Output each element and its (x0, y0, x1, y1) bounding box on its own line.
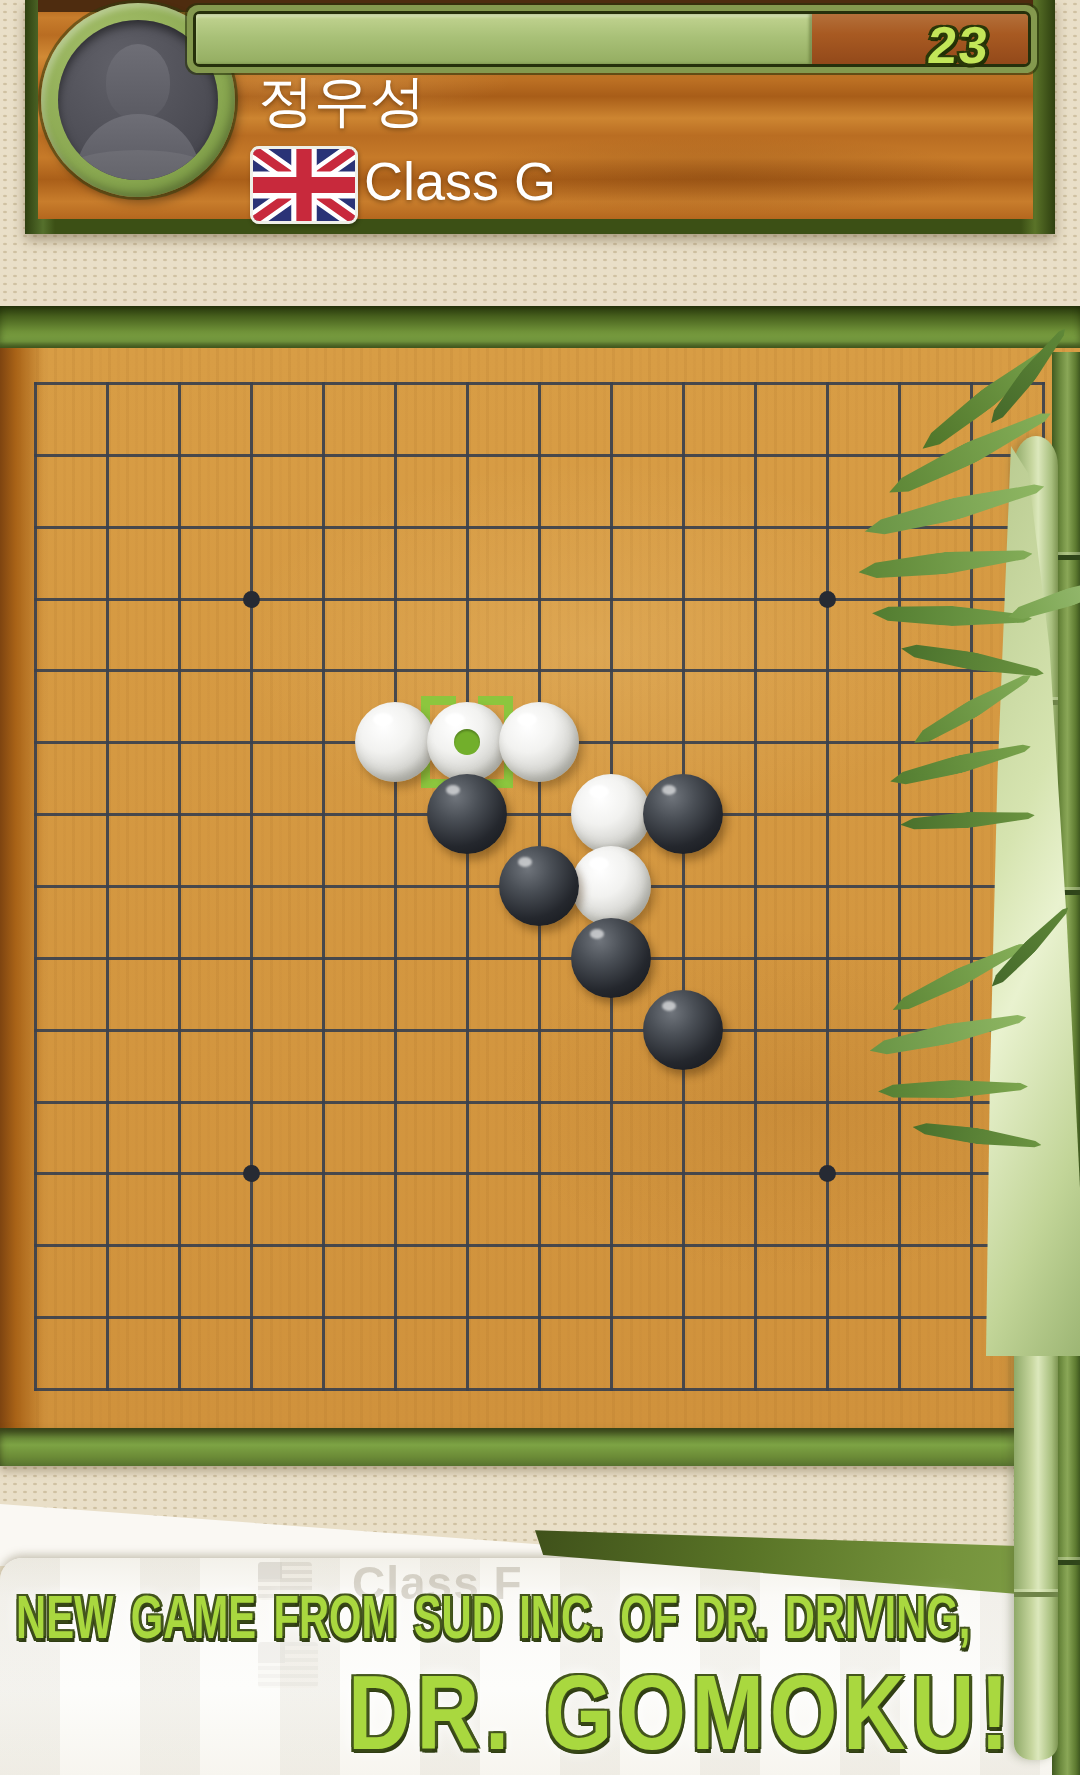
grid-line (34, 1388, 1045, 1391)
grid-line (898, 382, 901, 1391)
uk-flag-icon (250, 146, 358, 224)
stone-black-i9 (571, 918, 651, 998)
experience-progress-bar: 23 (196, 14, 1028, 64)
stone-black-j7 (643, 774, 723, 854)
stone-black-j10 (643, 990, 723, 1070)
star-point (819, 591, 836, 608)
stone-white-i7 (571, 774, 651, 854)
progress-fill (196, 14, 812, 64)
star-point (819, 1165, 836, 1182)
grid-line (682, 382, 685, 1391)
grid-line (754, 382, 757, 1391)
person-silhouette-icon (58, 20, 218, 180)
stone-black-h8 (499, 846, 579, 926)
board-bottom-trim (0, 1428, 1080, 1466)
star-point (243, 591, 260, 608)
grid-line (34, 1244, 1045, 1247)
board-top-trim (0, 306, 1080, 348)
star-point (243, 1165, 260, 1182)
promo-text-line1: NEW GAME FROM SUD INC. OF DR. DRIVING, (16, 1581, 970, 1652)
player-name: 정우성 (258, 64, 426, 140)
grid-line (34, 1101, 1045, 1104)
stone-white-f6 (355, 702, 435, 782)
stone-white-i8 (571, 846, 651, 926)
score-badge: 23 (926, 15, 993, 75)
grid-line (34, 1172, 1045, 1175)
promo-text-line2: DR. GOMOKU! (348, 1652, 1015, 1773)
stone-white-h6 (499, 702, 579, 782)
grid-line (826, 382, 829, 1391)
grid-line (970, 382, 973, 1391)
grid-line (34, 957, 1045, 960)
stone-black-g7 (427, 774, 507, 854)
player-class-label: Class G (364, 150, 556, 212)
game-screen: 23 정우성 Class G Class F NEW GAME FROM SUD… (0, 0, 1080, 1775)
grid-line (34, 1029, 1045, 1032)
grid-line (34, 1316, 1045, 1319)
